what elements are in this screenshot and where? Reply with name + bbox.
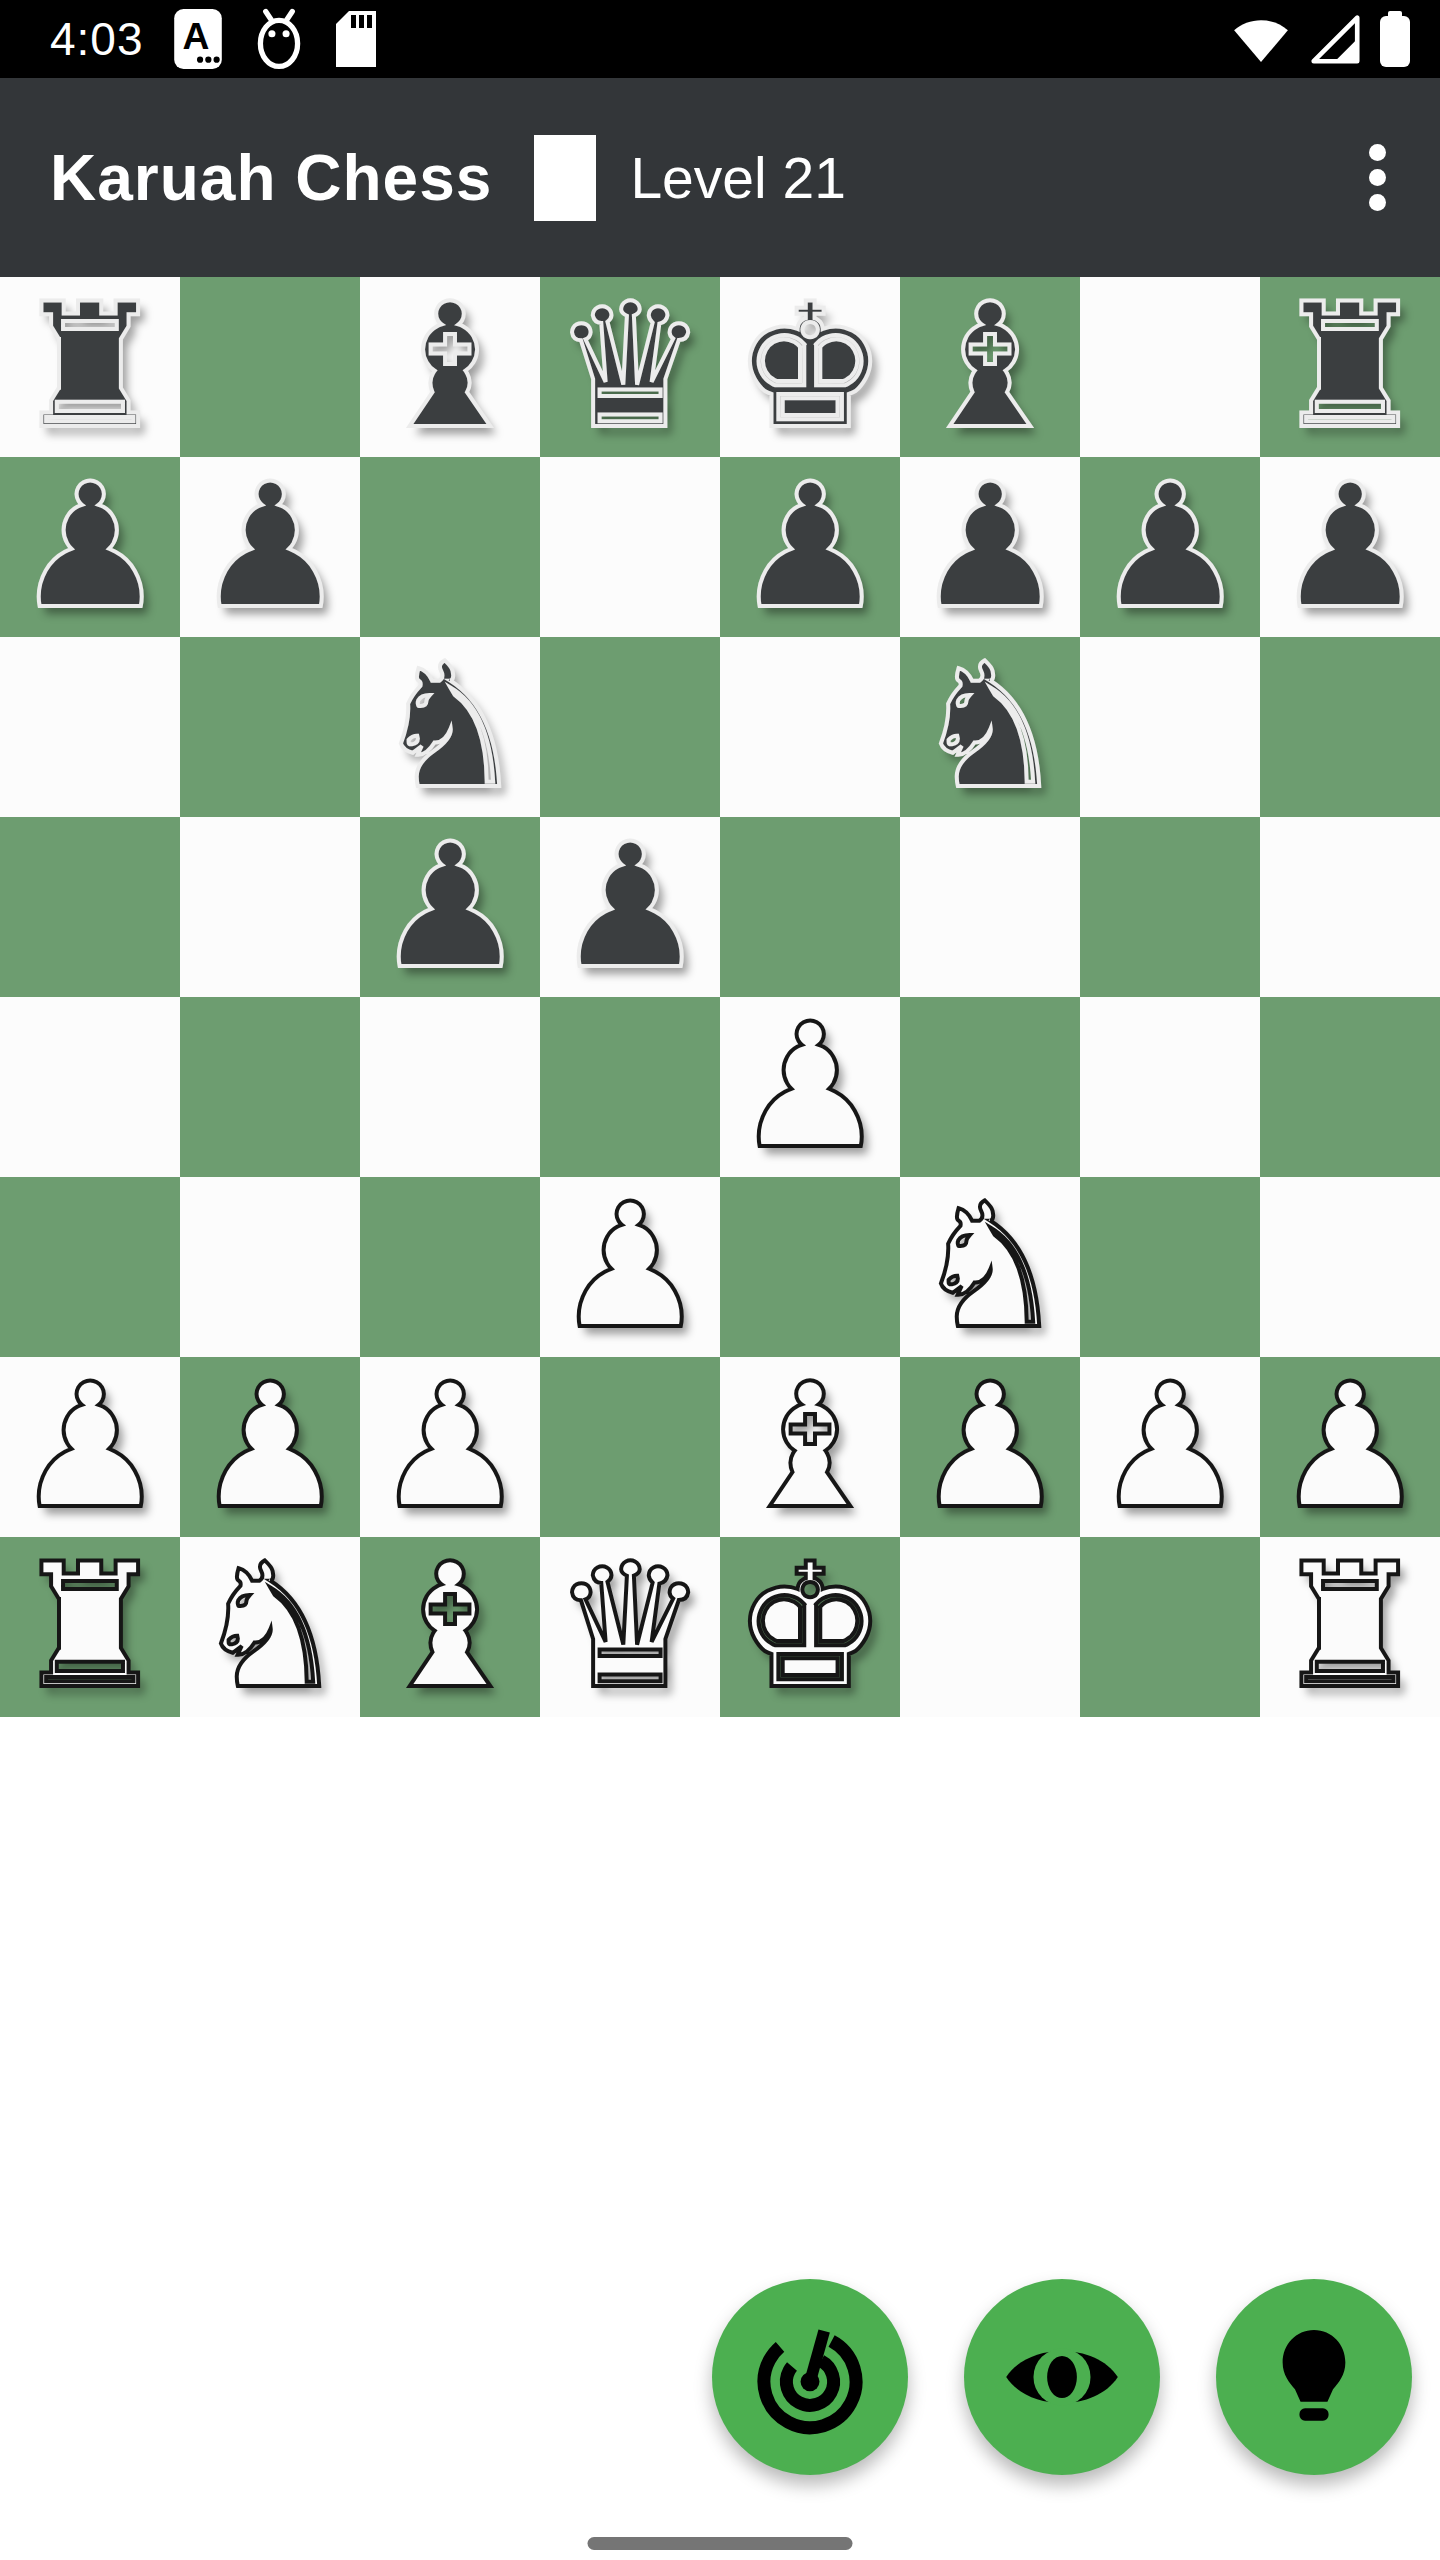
white-rook-piece: ♜ — [0, 1537, 180, 1717]
square-e7[interactable]: ♟ — [720, 457, 900, 637]
square-f3[interactable]: ♞ — [900, 1177, 1080, 1357]
battery-icon — [1380, 11, 1410, 67]
sd-card-icon — [336, 11, 376, 67]
black-rook-piece: ♜ — [0, 277, 180, 457]
square-a7[interactable]: ♟ — [0, 457, 180, 637]
white-pawn-piece: ♟ — [360, 1357, 540, 1537]
square-c1[interactable]: ♝ — [360, 1537, 540, 1717]
square-a2[interactable]: ♟ — [0, 1357, 180, 1537]
square-h6[interactable] — [1260, 637, 1440, 817]
square-a5[interactable] — [0, 817, 180, 997]
square-h2[interactable]: ♟ — [1260, 1357, 1440, 1537]
white-rook-piece: ♜ — [1260, 1537, 1440, 1717]
black-pawn-piece: ♟ — [900, 457, 1080, 637]
square-h7[interactable]: ♟ — [1260, 457, 1440, 637]
square-c8[interactable]: ♝ — [360, 277, 540, 457]
square-d4[interactable] — [540, 997, 720, 1177]
square-a8[interactable]: ♜ — [0, 277, 180, 457]
square-d1[interactable]: ♛ — [540, 1537, 720, 1717]
hint-button[interactable] — [1216, 2279, 1412, 2475]
square-a6[interactable] — [0, 637, 180, 817]
home-indicator[interactable] — [588, 2537, 853, 2550]
white-pawn-piece: ♟ — [540, 1177, 720, 1357]
status-bar-left: 4:03 A — [50, 8, 376, 70]
square-g2[interactable]: ♟ — [1080, 1357, 1260, 1537]
square-d2[interactable] — [540, 1357, 720, 1537]
spiral-icon — [751, 2318, 869, 2436]
fab-row — [712, 2279, 1412, 2475]
square-h4[interactable] — [1260, 997, 1440, 1177]
square-d6[interactable] — [540, 637, 720, 817]
square-f6[interactable]: ♞ — [900, 637, 1080, 817]
white-pawn-piece: ♟ — [1080, 1357, 1260, 1537]
white-pawn-piece: ♟ — [1260, 1357, 1440, 1537]
square-g7[interactable]: ♟ — [1080, 457, 1260, 637]
square-b8[interactable] — [180, 277, 360, 457]
square-d3[interactable]: ♟ — [540, 1177, 720, 1357]
black-knight-piece: ♞ — [900, 637, 1080, 817]
square-c6[interactable]: ♞ — [360, 637, 540, 817]
square-g5[interactable] — [1080, 817, 1260, 997]
square-g4[interactable] — [1080, 997, 1260, 1177]
chess-board: ♜♝♛♚♝♜♟♟♟♟♟♟♞♞♟♟♟♟♞♟♟♟♝♟♟♟♜♞♝♛♚♜ — [0, 277, 1440, 1717]
square-c5[interactable]: ♟ — [360, 817, 540, 997]
black-rook-piece: ♜ — [1260, 277, 1440, 457]
overflow-menu-button[interactable] — [1359, 124, 1396, 231]
cell-signal-icon — [1310, 14, 1360, 64]
black-pawn-piece: ♟ — [1080, 457, 1260, 637]
square-h8[interactable]: ♜ — [1260, 277, 1440, 457]
level-label: Level 21 — [630, 145, 846, 211]
white-knight-piece: ♞ — [180, 1537, 360, 1717]
square-b3[interactable] — [180, 1177, 360, 1357]
square-g6[interactable] — [1080, 637, 1260, 817]
square-h5[interactable] — [1260, 817, 1440, 997]
square-b4[interactable] — [180, 997, 360, 1177]
square-d8[interactable]: ♛ — [540, 277, 720, 457]
square-f5[interactable] — [900, 817, 1080, 997]
lightbulb-icon — [1258, 2321, 1370, 2433]
square-g3[interactable] — [1080, 1177, 1260, 1357]
black-pawn-piece: ♟ — [180, 457, 360, 637]
turn-indicator — [534, 135, 596, 221]
engine-move-button[interactable] — [712, 2279, 908, 2475]
white-pawn-piece: ♟ — [900, 1357, 1080, 1537]
white-pawn-piece: ♟ — [180, 1357, 360, 1537]
square-h3[interactable] — [1260, 1177, 1440, 1357]
white-bishop-piece: ♝ — [360, 1537, 540, 1717]
eye-icon — [1000, 2315, 1124, 2439]
square-e1[interactable]: ♚ — [720, 1537, 900, 1717]
square-e4[interactable]: ♟ — [720, 997, 900, 1177]
square-e5[interactable] — [720, 817, 900, 997]
app-bar: Karuah Chess Level 21 — [0, 78, 1440, 277]
app-title: Karuah Chess — [50, 141, 492, 215]
black-king-piece: ♚ — [720, 277, 900, 457]
square-c7[interactable] — [360, 457, 540, 637]
square-a3[interactable] — [0, 1177, 180, 1357]
square-g1[interactable] — [1080, 1537, 1260, 1717]
square-f2[interactable]: ♟ — [900, 1357, 1080, 1537]
robot-icon — [252, 8, 306, 70]
square-e8[interactable]: ♚ — [720, 277, 900, 457]
black-pawn-piece: ♟ — [360, 817, 540, 997]
status-bar-right — [1232, 11, 1410, 67]
black-pawn-piece: ♟ — [720, 457, 900, 637]
square-c2[interactable]: ♟ — [360, 1357, 540, 1537]
black-bishop-piece: ♝ — [900, 277, 1080, 457]
overflow-dot — [1369, 194, 1386, 211]
show-move-button[interactable] — [964, 2279, 1160, 2475]
black-knight-piece: ♞ — [360, 637, 540, 817]
overflow-dot — [1369, 144, 1386, 161]
square-e2[interactable]: ♝ — [720, 1357, 900, 1537]
wifi-icon — [1232, 15, 1290, 63]
black-queen-piece: ♛ — [540, 277, 720, 457]
square-d7[interactable] — [540, 457, 720, 637]
overflow-dot — [1369, 169, 1386, 186]
square-b5[interactable] — [180, 817, 360, 997]
square-f4[interactable] — [900, 997, 1080, 1177]
black-pawn-piece: ♟ — [540, 817, 720, 997]
white-knight-piece: ♞ — [900, 1177, 1080, 1357]
square-f8[interactable]: ♝ — [900, 277, 1080, 457]
square-f1[interactable] — [900, 1537, 1080, 1717]
square-e6[interactable] — [720, 637, 900, 817]
white-queen-piece: ♛ — [540, 1537, 720, 1717]
square-c4[interactable] — [360, 997, 540, 1177]
square-b6[interactable] — [180, 637, 360, 817]
white-king-piece: ♚ — [720, 1537, 900, 1717]
square-b2[interactable]: ♟ — [180, 1357, 360, 1537]
black-pawn-piece: ♟ — [0, 457, 180, 637]
square-a1[interactable]: ♜ — [0, 1537, 180, 1717]
svg-text:A: A — [182, 15, 209, 57]
karuah-chess-screen: 4:03 A — [0, 0, 1440, 2560]
black-bishop-piece: ♝ — [360, 277, 540, 457]
status-bar: 4:03 A — [0, 0, 1440, 78]
clock: 4:03 — [50, 12, 144, 66]
white-pawn-piece: ♟ — [0, 1357, 180, 1537]
square-d5[interactable]: ♟ — [540, 817, 720, 997]
white-pawn-piece: ♟ — [720, 997, 900, 1177]
square-h1[interactable]: ♜ — [1260, 1537, 1440, 1717]
square-b7[interactable]: ♟ — [180, 457, 360, 637]
square-a4[interactable] — [0, 997, 180, 1177]
square-e3[interactable] — [720, 1177, 900, 1357]
square-c3[interactable] — [360, 1177, 540, 1357]
black-pawn-piece: ♟ — [1260, 457, 1440, 637]
a-keyboard-icon: A — [174, 9, 222, 69]
white-bishop-piece: ♝ — [720, 1357, 900, 1537]
square-g8[interactable] — [1080, 277, 1260, 457]
square-f7[interactable]: ♟ — [900, 457, 1080, 637]
square-b1[interactable]: ♞ — [180, 1537, 360, 1717]
